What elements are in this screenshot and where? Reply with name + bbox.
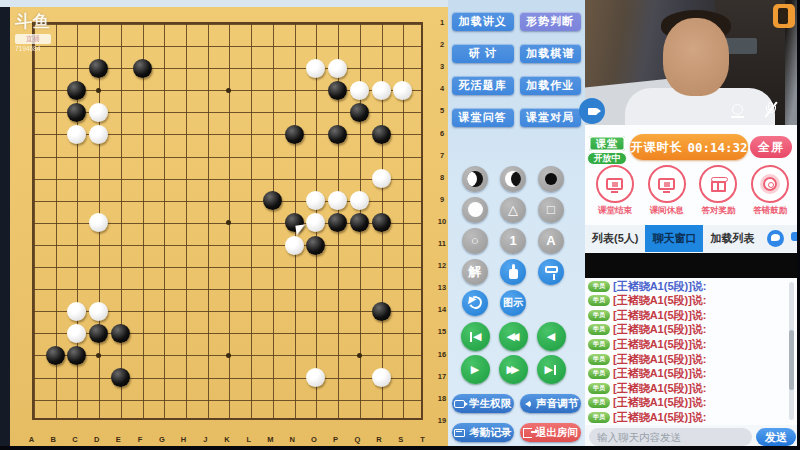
function-button[interactable]: 课堂问答 <box>452 108 514 127</box>
speaker-icon <box>522 401 530 407</box>
function-button[interactable]: 死活题库 <box>452 76 514 95</box>
black-stone-C4 <box>67 81 86 100</box>
star-point <box>96 353 101 358</box>
hand-pointer-tool[interactable] <box>500 259 526 285</box>
video-camera-button[interactable] <box>579 98 605 124</box>
marker-square-tool[interactable]: □ <box>538 197 564 223</box>
function-button-grid: 加载讲义形势判断研 讨加载棋谱死活题库加载作业课堂问答课堂对局 <box>452 12 581 127</box>
chat-role-badge: 学员 <box>588 295 610 306</box>
action-答错鼓励[interactable]: 答错鼓励 <box>745 165 795 225</box>
row-label-15: 15 <box>435 327 449 336</box>
go-board[interactable]: 12345678910111213141516171819ABCDEFGHJKL… <box>10 0 448 450</box>
chat-message-list[interactable]: 学员[王褚骁A1(5段)]说:学员[王褚骁A1(5段)]说:学员[王褚骁A1(5… <box>585 278 800 425</box>
black-stone-B16 <box>46 346 65 365</box>
col-label-A: A <box>25 435 39 444</box>
black-stone-R14 <box>372 302 391 321</box>
col-label-C: C <box>68 435 82 444</box>
row-label-12: 12 <box>435 261 449 270</box>
white-stone-D5 <box>89 103 108 122</box>
chat-message: 学员[王褚骁A1(5段)]说: <box>588 294 707 308</box>
class-timer: 开课时长 00:14:32 <box>630 134 748 160</box>
black-stone-E17 <box>111 368 130 387</box>
col-label-F: F <box>133 435 147 444</box>
monitor-icon <box>658 178 675 190</box>
class-open-badge: 开放中 <box>587 152 627 165</box>
action-答对奖励[interactable]: 答对奖励 <box>693 165 743 225</box>
row-label-11: 11 <box>435 239 449 248</box>
tab-列表(5人)[interactable]: 列表(5人) <box>585 225 645 252</box>
admin-buttons-row2: 考勤记录退出房间 <box>452 423 581 442</box>
row-label-1: 1 <box>435 18 449 27</box>
app-window: 12345678910111213141516171819ABCDEFGHJKL… <box>0 0 800 450</box>
white-stone-R4 <box>372 81 391 100</box>
watermark-room-id: 7194684 <box>15 45 51 52</box>
function-button[interactable]: 研 讨 <box>452 44 514 63</box>
chat-role-badge: 学员 <box>588 397 610 408</box>
white-stone-P9 <box>328 191 347 210</box>
white-stone-D6 <box>89 125 108 144</box>
chat-scrollbar-thumb[interactable] <box>789 330 794 390</box>
tab-聊天窗口[interactable]: 聊天窗口 <box>645 225 703 252</box>
control-panel: 加载讲义形势判断研 讨加载棋谱死活题库加载作业课堂问答课堂对局 △□○1A解图示… <box>448 0 585 450</box>
col-label-M: M <box>263 435 277 444</box>
col-label-G: G <box>155 435 169 444</box>
exit-icon <box>523 428 532 438</box>
watermark-sub: 直播 <box>15 34 51 44</box>
paint-roller-tool[interactable] <box>538 259 564 285</box>
chat-separator-band <box>585 253 800 278</box>
col-label-K: K <box>220 435 234 444</box>
white-stone-Q4 <box>350 81 369 100</box>
function-button[interactable]: 课堂对局 <box>520 108 582 127</box>
black-stone-Q5 <box>350 103 369 122</box>
action-课间休息[interactable]: 课间休息 <box>642 165 692 225</box>
marker-letter-tool[interactable]: A <box>538 228 564 254</box>
black-stone-C5 <box>67 103 86 122</box>
chat-message: 学员[王褚骁A1(5段)]说: <box>588 352 707 366</box>
col-label-O: O <box>307 435 321 444</box>
row-label-16: 16 <box>435 350 449 359</box>
row-label-10: 10 <box>435 217 449 226</box>
bottom-edge-strip <box>0 446 800 450</box>
rosette-icon <box>763 177 777 191</box>
right-panel: 课堂 开放中 开课时长 00:14:32 全屏 课堂结束课间休息答对奖励答错鼓励… <box>585 0 800 450</box>
action-课堂结束[interactable]: 课堂结束 <box>590 165 640 225</box>
marker-circle-tool[interactable]: ○ <box>462 228 488 254</box>
stone-white-tool[interactable] <box>462 197 488 223</box>
function-button[interactable]: 形势判断 <box>520 12 582 31</box>
marker-number-tool[interactable]: 1 <box>500 228 526 254</box>
chat-message: 学员[王褚骁A1(5段)]说: <box>588 396 707 410</box>
chat-message: 学员[王褚骁A1(5段)]说: <box>588 367 707 381</box>
diagram-tool[interactable]: 图示 <box>500 290 526 316</box>
white-stone-N11 <box>285 236 304 255</box>
row-label-18: 18 <box>435 394 449 403</box>
panel-tabs: 列表(5人)聊天窗口加载列表 <box>585 225 800 252</box>
star-point <box>357 353 362 358</box>
chat-message: 学员[王褚骁A1(5段)]说: <box>588 410 707 424</box>
row-label-3: 3 <box>435 62 449 71</box>
white-stone-R8 <box>372 169 391 188</box>
star-point <box>226 88 231 93</box>
white-stone-C14 <box>67 302 86 321</box>
white-stone-Q9 <box>350 191 369 210</box>
col-label-R: R <box>372 435 386 444</box>
class-badge: 课堂 <box>589 136 625 151</box>
class-control-band: 课堂 开放中 开课时长 00:14:32 全屏 课堂结束课间休息答对奖励答错鼓励 <box>585 125 800 225</box>
annotation-tool-grid: △□○1A解图示 <box>456 163 578 318</box>
chat-role-badge: 学员 <box>588 281 610 292</box>
function-button[interactable]: 加载讲义 <box>452 12 514 31</box>
chat-message: 学员[王褚骁A1(5段)]说: <box>588 308 707 322</box>
col-label-T: T <box>415 435 429 444</box>
skip-start-button[interactable]: ◀ <box>461 322 490 351</box>
black-stone-O11 <box>306 236 325 255</box>
explain-tool[interactable]: 解 <box>462 259 488 285</box>
admin-buttons-row1: 学生权限声音调节 <box>452 394 581 413</box>
black-stone-Q10 <box>350 213 369 232</box>
chat-message: 学员[王褚骁A1(5段)]说: <box>588 337 707 351</box>
chat-message: 学员[王褚骁A1(5段)]说: <box>588 279 707 293</box>
board-grid[interactable] <box>32 22 423 420</box>
col-label-H: H <box>177 435 191 444</box>
black-stone-C16 <box>67 346 86 365</box>
class-action-icons: 课堂结束课间休息答对奖励答错鼓励 <box>585 165 800 225</box>
timer-label: 开课时长 <box>630 139 682 156</box>
stream-logo-icon <box>773 4 795 28</box>
white-stone-O10 <box>306 213 325 232</box>
white-stone-O17 <box>306 368 325 387</box>
white-stone-S4 <box>393 81 412 100</box>
tab-加载列表[interactable]: 加载列表 <box>703 225 761 252</box>
chat-role-badge: 学员 <box>588 368 610 379</box>
black-stone-P6 <box>328 125 347 144</box>
row-label-9: 9 <box>435 195 449 204</box>
black-stone-D3 <box>89 59 108 78</box>
chat-message: 学员[王褚骁A1(5段)]说: <box>588 323 707 337</box>
playback-controls: ◀◀◀◀▶▶▶▶ <box>456 320 578 386</box>
card-pill-button[interactable]: 考勤记录 <box>452 423 514 442</box>
white-stone-O9 <box>306 191 325 210</box>
col-label-L: L <box>242 435 256 444</box>
watermark-logo: 斗鱼 <box>15 10 51 33</box>
row-label-5: 5 <box>435 106 449 115</box>
left-edge-strip <box>0 0 10 450</box>
camera-icon <box>454 400 465 408</box>
move-cursor <box>295 224 306 235</box>
timer-value: 00:14:32 <box>687 140 747 155</box>
white-stone-O3 <box>306 59 325 78</box>
row-label-13: 13 <box>435 283 449 292</box>
white-stone-D10 <box>89 213 108 232</box>
row-label-14: 14 <box>435 305 449 314</box>
monitor-icon <box>606 178 623 190</box>
chat-role-badge: 学员 <box>588 310 610 321</box>
stone-black-alt-tool[interactable] <box>462 166 488 192</box>
send-button[interactable]: 发送 <box>756 428 796 446</box>
rewind-button[interactable]: ◀◀ <box>499 322 528 351</box>
speaker-pill-button[interactable]: 声音调节 <box>520 394 582 413</box>
mic-muted-icon[interactable] <box>763 102 779 118</box>
top-strip <box>0 0 448 7</box>
chat-message: 学员[王褚骁A1(5段)]说: <box>588 381 707 395</box>
row-label-2: 2 <box>435 40 449 49</box>
white-stone-P3 <box>328 59 347 78</box>
row-label-7: 7 <box>435 151 449 160</box>
col-label-N: N <box>285 435 299 444</box>
forward-button[interactable]: ▶▶ <box>499 355 528 384</box>
white-stone-R17 <box>372 368 391 387</box>
white-stone-C6 <box>67 125 86 144</box>
play-button[interactable]: ▶ <box>461 355 490 384</box>
star-point <box>226 220 231 225</box>
black-stone-M9 <box>263 191 282 210</box>
col-label-B: B <box>46 435 60 444</box>
camera-pill-button[interactable]: 学生权限 <box>452 394 514 413</box>
refresh-tool[interactable] <box>462 290 488 316</box>
col-label-P: P <box>329 435 343 444</box>
row-label-8: 8 <box>435 173 449 182</box>
row-label-4: 4 <box>435 84 449 93</box>
row-label-6: 6 <box>435 129 449 138</box>
col-label-D: D <box>90 435 104 444</box>
star-point <box>96 88 101 93</box>
exit-pill-button[interactable]: 退出房间 <box>520 423 582 442</box>
chat-role-badge: 学员 <box>588 412 610 423</box>
black-stone-R10 <box>372 213 391 232</box>
stone-black-small-tool[interactable] <box>538 166 564 192</box>
col-label-S: S <box>394 435 408 444</box>
fullscreen-button[interactable]: 全屏 <box>750 136 792 158</box>
gift-icon <box>711 181 726 192</box>
black-stone-E15 <box>111 324 130 343</box>
function-button[interactable]: 加载作业 <box>520 76 582 95</box>
black-stone-F3 <box>133 59 152 78</box>
white-stone-C15 <box>67 324 86 343</box>
chat-role-badge: 学员 <box>588 339 610 350</box>
black-stone-D15 <box>89 324 108 343</box>
chat-input[interactable] <box>589 428 752 446</box>
skip-end-button[interactable]: ▶ <box>537 355 566 384</box>
row-label-19: 19 <box>435 416 449 425</box>
col-label-Q: Q <box>350 435 364 444</box>
col-label-J: J <box>198 435 212 444</box>
row-label-17: 17 <box>435 372 449 381</box>
white-stone-D14 <box>89 302 108 321</box>
prev-button[interactable]: ◀ <box>537 322 566 351</box>
stone-white-alt-tool[interactable] <box>500 166 526 192</box>
black-stone-P4 <box>328 81 347 100</box>
chat-input-bar: 发送 <box>585 426 800 448</box>
webcam-icon[interactable] <box>730 104 745 116</box>
teacher-head <box>663 18 729 96</box>
function-button[interactable]: 加载棋谱 <box>520 44 582 63</box>
teacher-video <box>585 0 797 125</box>
marker-triangle-tool[interactable]: △ <box>500 197 526 223</box>
black-stone-P10 <box>328 213 347 232</box>
black-stone-R6 <box>372 125 391 144</box>
col-label-E: E <box>111 435 125 444</box>
star-point <box>226 353 231 358</box>
chat-role-badge: 学员 <box>588 383 610 394</box>
black-stone-N6 <box>285 125 304 144</box>
chat-role-badge: 学员 <box>588 324 610 335</box>
stream-watermark: 斗鱼 直播 7194684 <box>15 10 51 52</box>
chat-app-icon[interactable] <box>767 230 784 247</box>
chat-role-badge: 学员 <box>588 354 610 365</box>
card-icon <box>454 429 465 437</box>
